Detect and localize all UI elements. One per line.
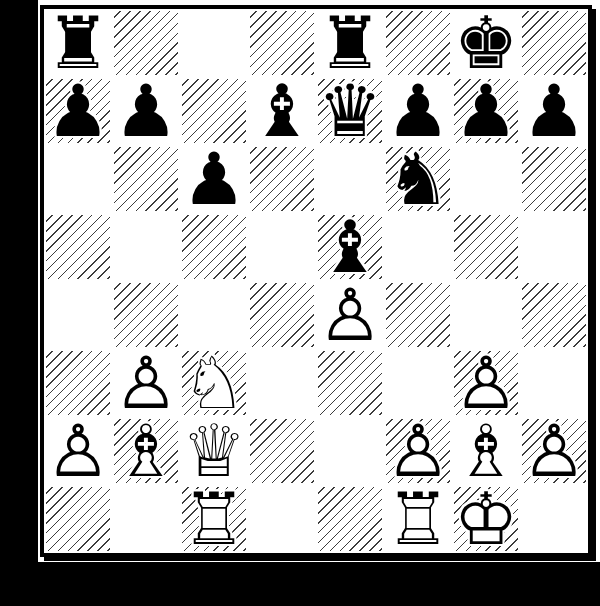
square-h2[interactable]: ♟♙ (520, 417, 588, 485)
square-a3[interactable] (44, 349, 112, 417)
piece-glyph: ♖ (180, 485, 248, 553)
piece-glyph: ♔ (452, 485, 520, 553)
square-f1[interactable]: ♜♖ (384, 485, 452, 553)
square-d2[interactable] (248, 417, 316, 485)
square-d7[interactable]: ♝♝ (248, 77, 316, 145)
square-d1[interactable] (248, 485, 316, 553)
square-c4[interactable] (180, 281, 248, 349)
chess-board: ♜♜♜♜♚♚♟♟♟♟♝♝♛♛♟♟♟♟♟♟♟♟♞♞♝♝♟♙♟♙♞♘♟♙♟♙♝♗♛♕… (40, 5, 592, 557)
piece-glyph: ♟ (180, 145, 248, 213)
square-a2[interactable]: ♟♙ (44, 417, 112, 485)
square-c2[interactable]: ♛♕ (180, 417, 248, 485)
piece-glyph: ♞ (384, 145, 452, 213)
piece-white-queen: ♛♕ (180, 417, 248, 485)
square-h5[interactable] (520, 213, 588, 281)
square-b8[interactable] (112, 9, 180, 77)
piece-white-knight: ♞♘ (180, 349, 248, 417)
square-e7[interactable]: ♛♛ (316, 77, 384, 145)
piece-glyph: ♘ (180, 349, 248, 417)
page-background: ♜♜♜♜♚♚♟♟♟♟♝♝♛♛♟♟♟♟♟♟♟♟♞♞♝♝♟♙♟♙♞♘♟♙♟♙♝♗♛♕… (0, 0, 600, 606)
piece-black-rook: ♜♜ (316, 9, 384, 77)
square-e6[interactable] (316, 145, 384, 213)
square-a7[interactable]: ♟♟ (44, 77, 112, 145)
piece-glyph: ♝ (316, 213, 384, 281)
square-f7[interactable]: ♟♟ (384, 77, 452, 145)
square-g6[interactable] (452, 145, 520, 213)
square-f3[interactable] (384, 349, 452, 417)
piece-black-pawn: ♟♟ (44, 77, 112, 145)
piece-glyph: ♙ (44, 417, 112, 485)
square-f4[interactable] (384, 281, 452, 349)
piece-white-pawn: ♟♙ (452, 349, 520, 417)
square-a8[interactable]: ♜♜ (44, 9, 112, 77)
square-e5[interactable]: ♝♝ (316, 213, 384, 281)
square-e3[interactable] (316, 349, 384, 417)
piece-glyph: ♙ (112, 349, 180, 417)
piece-white-pawn: ♟♙ (112, 349, 180, 417)
piece-glyph: ♗ (112, 417, 180, 485)
square-b6[interactable] (112, 145, 180, 213)
square-b4[interactable] (112, 281, 180, 349)
piece-glyph: ♕ (180, 417, 248, 485)
square-f2[interactable]: ♟♙ (384, 417, 452, 485)
square-b7[interactable]: ♟♟ (112, 77, 180, 145)
square-b2[interactable]: ♝♗ (112, 417, 180, 485)
piece-black-queen: ♛♛ (316, 77, 384, 145)
square-c5[interactable] (180, 213, 248, 281)
piece-black-bishop: ♝♝ (316, 213, 384, 281)
piece-glyph: ♟ (384, 77, 452, 145)
square-g8[interactable]: ♚♚ (452, 9, 520, 77)
square-d5[interactable] (248, 213, 316, 281)
piece-glyph: ♜ (44, 9, 112, 77)
square-d8[interactable] (248, 9, 316, 77)
square-c8[interactable] (180, 9, 248, 77)
square-d4[interactable] (248, 281, 316, 349)
square-g2[interactable]: ♝♗ (452, 417, 520, 485)
piece-black-pawn: ♟♟ (520, 77, 588, 145)
square-c6[interactable]: ♟♟ (180, 145, 248, 213)
square-f6[interactable]: ♞♞ (384, 145, 452, 213)
square-e1[interactable] (316, 485, 384, 553)
piece-black-king: ♚♚ (452, 9, 520, 77)
square-a4[interactable] (44, 281, 112, 349)
piece-glyph: ♟ (520, 77, 588, 145)
piece-white-pawn: ♟♙ (316, 281, 384, 349)
square-f8[interactable] (384, 9, 452, 77)
piece-black-bishop: ♝♝ (248, 77, 316, 145)
piece-white-rook: ♜♖ (384, 485, 452, 553)
square-c1[interactable]: ♜♖ (180, 485, 248, 553)
piece-glyph: ♙ (452, 349, 520, 417)
piece-white-rook: ♜♖ (180, 485, 248, 553)
square-h7[interactable]: ♟♟ (520, 77, 588, 145)
piece-glyph: ♖ (384, 485, 452, 553)
square-a5[interactable] (44, 213, 112, 281)
square-c3[interactable]: ♞♘ (180, 349, 248, 417)
piece-white-pawn: ♟♙ (44, 417, 112, 485)
square-h1[interactable] (520, 485, 588, 553)
piece-white-king: ♚♔ (452, 485, 520, 553)
piece-glyph: ♜ (316, 9, 384, 77)
piece-black-knight: ♞♞ (384, 145, 452, 213)
piece-glyph: ♝ (248, 77, 316, 145)
piece-glyph: ♟ (452, 77, 520, 145)
square-e4[interactable]: ♟♙ (316, 281, 384, 349)
piece-glyph: ♙ (316, 281, 384, 349)
piece-glyph: ♛ (316, 77, 384, 145)
square-e2[interactable] (316, 417, 384, 485)
piece-glyph: ♟ (112, 77, 180, 145)
piece-glyph: ♙ (520, 417, 588, 485)
square-g7[interactable]: ♟♟ (452, 77, 520, 145)
piece-black-rook: ♜♜ (44, 9, 112, 77)
square-b1[interactable] (112, 485, 180, 553)
square-g3[interactable]: ♟♙ (452, 349, 520, 417)
piece-black-pawn: ♟♟ (452, 77, 520, 145)
square-h6[interactable] (520, 145, 588, 213)
square-e8[interactable]: ♜♜ (316, 9, 384, 77)
square-b5[interactable] (112, 213, 180, 281)
square-c7[interactable] (180, 77, 248, 145)
square-g1[interactable]: ♚♔ (452, 485, 520, 553)
piece-white-bishop: ♝♗ (452, 417, 520, 485)
square-b3[interactable]: ♟♙ (112, 349, 180, 417)
piece-white-bishop: ♝♗ (112, 417, 180, 485)
piece-black-pawn: ♟♟ (180, 145, 248, 213)
piece-black-pawn: ♟♟ (112, 77, 180, 145)
piece-glyph: ♟ (44, 77, 112, 145)
piece-glyph: ♙ (384, 417, 452, 485)
square-d3[interactable] (248, 349, 316, 417)
square-a6[interactable] (44, 145, 112, 213)
square-d6[interactable] (248, 145, 316, 213)
square-a1[interactable] (44, 485, 112, 553)
square-g5[interactable] (452, 213, 520, 281)
square-h4[interactable] (520, 281, 588, 349)
piece-glyph: ♚ (452, 9, 520, 77)
square-h8[interactable] (520, 9, 588, 77)
piece-glyph: ♗ (452, 417, 520, 485)
piece-black-pawn: ♟♟ (384, 77, 452, 145)
square-g4[interactable] (452, 281, 520, 349)
square-h3[interactable] (520, 349, 588, 417)
square-f5[interactable] (384, 213, 452, 281)
board-panel: ♜♜♜♜♚♚♟♟♟♟♝♝♛♛♟♟♟♟♟♟♟♟♞♞♝♝♟♙♟♙♞♘♟♙♟♙♝♗♛♕… (38, 0, 600, 562)
piece-white-pawn: ♟♙ (520, 417, 588, 485)
piece-white-pawn: ♟♙ (384, 417, 452, 485)
